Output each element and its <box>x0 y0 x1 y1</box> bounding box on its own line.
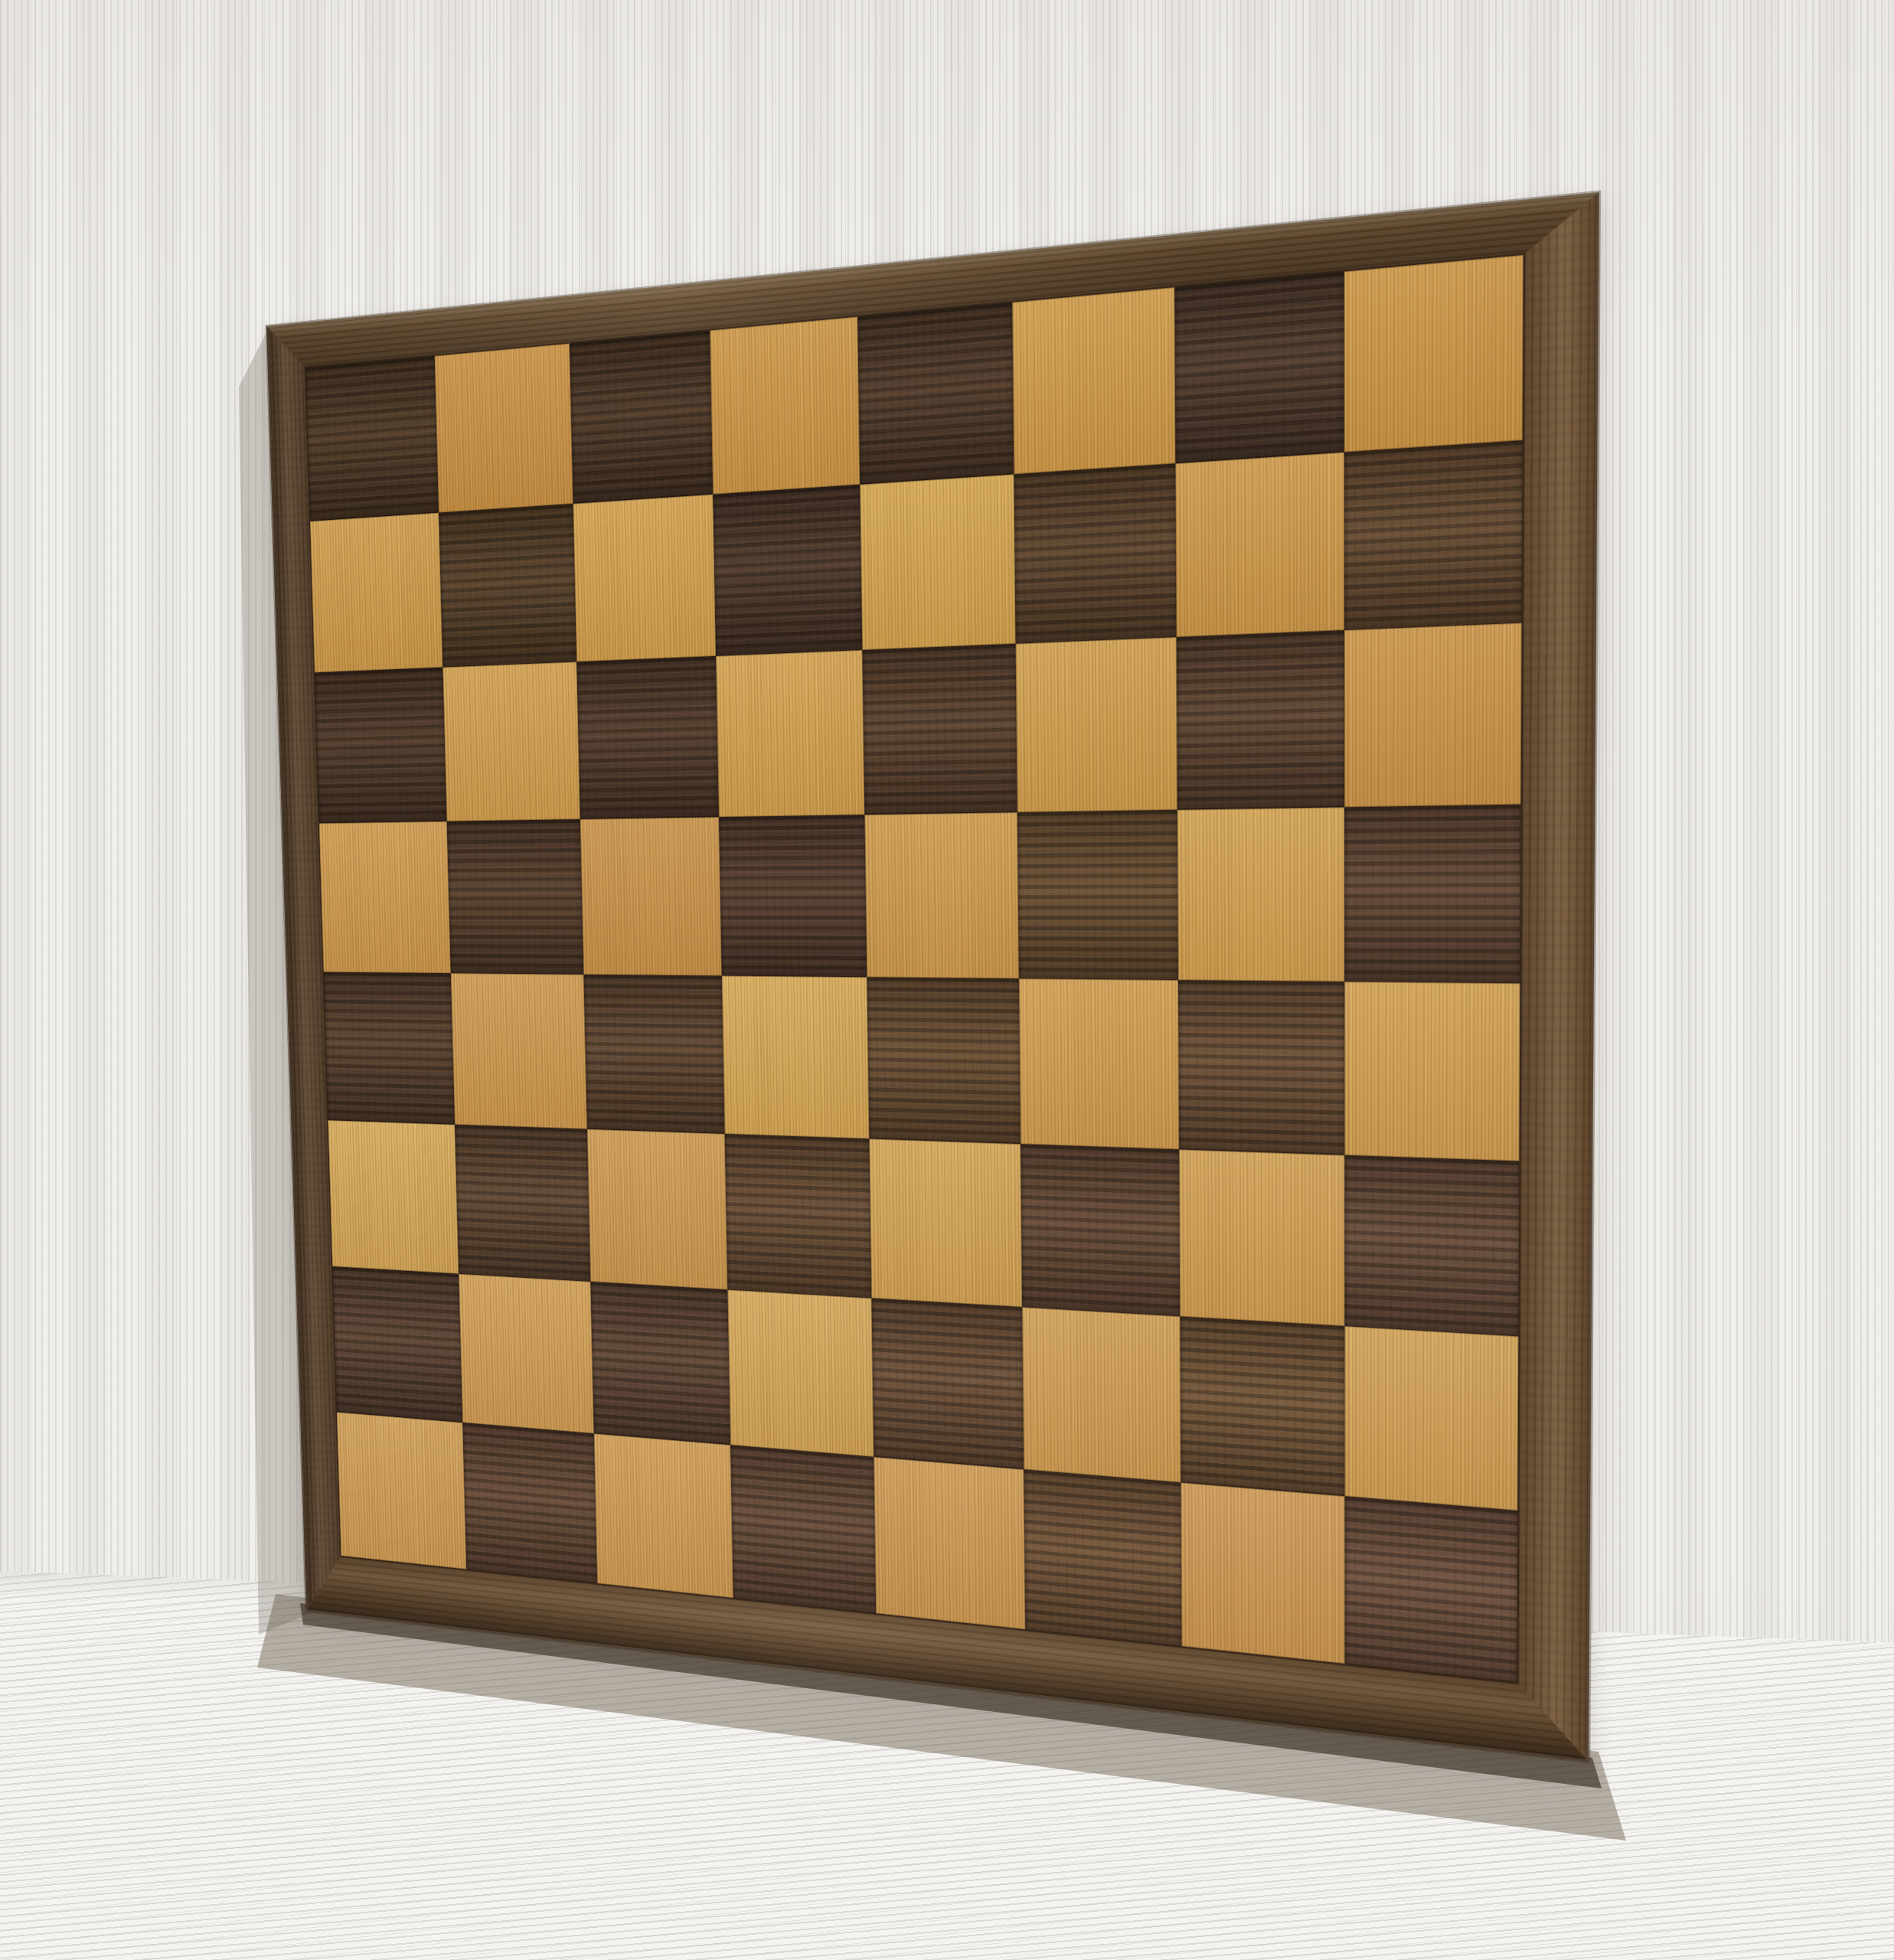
square-e4 <box>867 977 1020 1143</box>
square-g1 <box>1180 1482 1345 1664</box>
square-b3 <box>455 1124 590 1282</box>
square-f2 <box>1022 1307 1180 1482</box>
square-d6 <box>716 650 864 817</box>
square-h5 <box>1344 804 1520 983</box>
square-a6 <box>315 668 447 823</box>
square-g6 <box>1176 630 1344 809</box>
square-c4 <box>583 975 725 1134</box>
square-h8 <box>1344 255 1523 452</box>
square-g7 <box>1175 452 1344 637</box>
square-b8 <box>434 344 573 513</box>
square-a1 <box>337 1412 466 1570</box>
square-h2 <box>1345 1326 1519 1510</box>
square-e5 <box>864 812 1018 979</box>
square-d3 <box>725 1133 872 1298</box>
square-c7 <box>573 494 716 661</box>
square-d8 <box>710 317 860 495</box>
square-g4 <box>1177 980 1344 1155</box>
square-e2 <box>871 1298 1024 1469</box>
square-b1 <box>462 1423 597 1583</box>
square-c1 <box>593 1433 733 1598</box>
frame-right <box>1517 192 1599 1762</box>
square-d4 <box>722 975 869 1138</box>
square-d5 <box>719 815 867 978</box>
square-c2 <box>590 1282 730 1445</box>
square-e6 <box>862 644 1017 815</box>
square-e7 <box>860 474 1015 650</box>
square-g2 <box>1180 1316 1345 1495</box>
square-b7 <box>439 503 576 667</box>
square-a5 <box>319 821 451 973</box>
square-a3 <box>328 1120 459 1274</box>
square-d2 <box>728 1290 874 1457</box>
square-d7 <box>713 484 862 656</box>
square-f3 <box>1020 1144 1180 1317</box>
square-g3 <box>1179 1149 1345 1326</box>
square-f5 <box>1017 809 1178 980</box>
square-f6 <box>1015 637 1177 812</box>
square-f1 <box>1024 1469 1181 1646</box>
board-grid <box>305 255 1523 1682</box>
square-h6 <box>1344 623 1521 807</box>
square-e1 <box>874 1456 1025 1629</box>
square-h4 <box>1344 982 1520 1161</box>
square-c8 <box>569 330 713 503</box>
square-c5 <box>580 817 722 976</box>
square-a4 <box>324 972 455 1125</box>
square-e8 <box>857 302 1014 484</box>
square-g8 <box>1174 272 1344 463</box>
square-h3 <box>1345 1155 1520 1336</box>
square-f4 <box>1019 978 1179 1149</box>
square-b2 <box>459 1274 593 1433</box>
square-a8 <box>305 356 439 521</box>
scene-photo <box>0 0 1894 1960</box>
square-b4 <box>451 973 587 1129</box>
square-c6 <box>576 656 719 819</box>
square-f7 <box>1014 463 1176 644</box>
square-h1 <box>1345 1496 1518 1683</box>
square-a7 <box>310 512 442 672</box>
square-f8 <box>1012 287 1175 474</box>
square-d1 <box>730 1445 876 1613</box>
square-c3 <box>586 1129 727 1289</box>
square-b5 <box>446 819 583 975</box>
square-e3 <box>869 1138 1021 1307</box>
square-a2 <box>332 1266 462 1422</box>
square-g5 <box>1177 807 1344 982</box>
square-b6 <box>442 661 580 821</box>
square-h7 <box>1344 439 1523 630</box>
chessboard <box>266 192 1599 1762</box>
